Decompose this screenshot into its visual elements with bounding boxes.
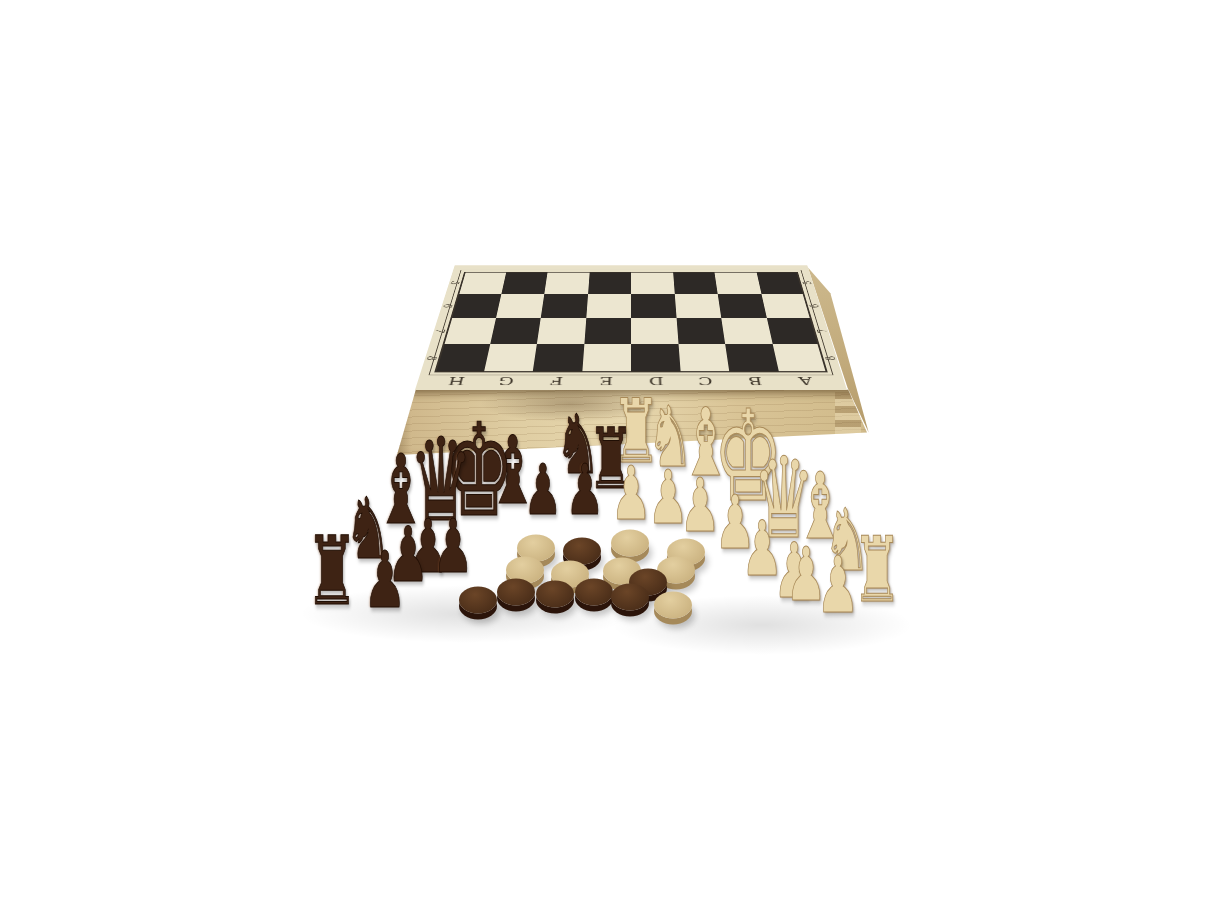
board-square-c8 bbox=[678, 344, 729, 372]
board-square-b5 bbox=[714, 272, 761, 294]
board-square-f5 bbox=[544, 272, 589, 294]
board-square-g6 bbox=[496, 294, 545, 318]
board-square-a8 bbox=[772, 344, 828, 372]
file-label-h: H bbox=[429, 372, 483, 390]
dark-pawn: ♟ bbox=[524, 458, 563, 522]
board-square-g5 bbox=[501, 272, 548, 294]
checker-disc-dark bbox=[497, 579, 535, 606]
board-square-e8 bbox=[582, 344, 631, 372]
dark-pawn: ♟ bbox=[363, 545, 406, 617]
board-square-c6 bbox=[674, 294, 721, 318]
dark-rook: ♜ bbox=[306, 528, 359, 615]
board-square-g8 bbox=[483, 344, 536, 372]
light-pawn: ♟ bbox=[816, 550, 859, 622]
board-square-h8 bbox=[434, 344, 490, 372]
board-square-e5 bbox=[588, 272, 631, 294]
file-label-f: F bbox=[530, 372, 582, 390]
board-square-d5 bbox=[631, 272, 674, 294]
board-square-b8 bbox=[725, 344, 778, 372]
checker-disc-light bbox=[654, 592, 692, 619]
checker-disc-dark bbox=[536, 581, 574, 608]
file-label-a: A bbox=[779, 372, 833, 390]
file-label-g: G bbox=[480, 372, 533, 390]
board-square-h6 bbox=[450, 294, 500, 318]
product-photo: 55667788HGFEDCBA ♜♞♟♝♟♟♛♟♚♝♟♞♟♜♜♞♝♚♟♟♟♟♛… bbox=[0, 0, 1218, 914]
board-square-a5 bbox=[756, 272, 804, 294]
board-square-a6 bbox=[761, 294, 811, 318]
board-square-f8 bbox=[533, 344, 584, 372]
checker-disc-dark bbox=[459, 587, 497, 614]
board-square-h7 bbox=[443, 318, 496, 344]
board-square-f6 bbox=[541, 294, 588, 318]
dark-pawn: ♟ bbox=[566, 458, 605, 522]
dark-pawn: ♟ bbox=[432, 512, 473, 580]
board-square-h5 bbox=[458, 272, 506, 294]
checker-disc-light bbox=[611, 530, 649, 557]
checker-disc-dark bbox=[575, 579, 613, 606]
chess-board: 55667788HGFEDCBA bbox=[415, 265, 847, 390]
board-grid: 55667788HGFEDCBA bbox=[415, 265, 847, 390]
board-square-d7 bbox=[631, 318, 678, 344]
light-pawn: ♟ bbox=[610, 459, 651, 527]
board-square-e7 bbox=[584, 318, 631, 344]
board-square-e6 bbox=[586, 294, 631, 318]
board-square-c7 bbox=[676, 318, 725, 344]
board-square-c5 bbox=[673, 272, 718, 294]
board-square-d6 bbox=[631, 294, 676, 318]
board-square-f7 bbox=[537, 318, 586, 344]
board-square-b6 bbox=[718, 294, 767, 318]
board-square-g7 bbox=[490, 318, 541, 344]
board-square-a7 bbox=[766, 318, 819, 344]
board-square-d8 bbox=[631, 344, 680, 372]
checker-disc-dark bbox=[611, 584, 649, 611]
board-square-b7 bbox=[721, 318, 772, 344]
